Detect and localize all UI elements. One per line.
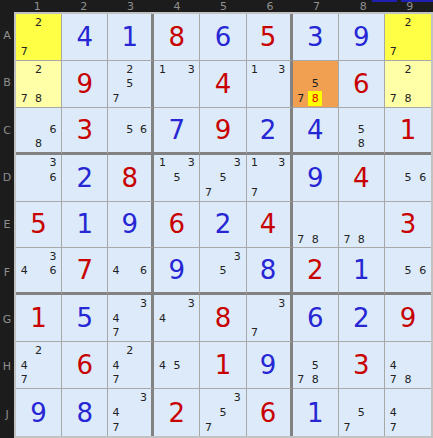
- candidate-empty: [322, 203, 336, 218]
- candidate-7[interactable]: 7: [340, 420, 354, 435]
- candidate-2[interactable]: 2: [31, 343, 45, 358]
- candidate-empty: [261, 170, 275, 185]
- candidate-grid: 347: [109, 390, 150, 435]
- candidate-empty: [216, 277, 230, 291]
- candidate-empty: [261, 185, 275, 200]
- candidate-7[interactable]: 7: [109, 372, 123, 387]
- candidate-empty: [109, 123, 123, 137]
- candidate-3[interactable]: 3: [184, 156, 198, 171]
- candidate-empty: [109, 343, 123, 358]
- candidate-empty: [17, 15, 31, 30]
- cell-A7[interactable]: 3: [293, 14, 339, 61]
- cell-F7[interactable]: 2: [293, 248, 339, 295]
- candidate-empty: [31, 156, 45, 171]
- candidate-7[interactable]: 7: [386, 372, 401, 387]
- candidate-empty: [170, 296, 184, 311]
- column-label-7: 7: [293, 0, 340, 12]
- candidate-empty: [216, 156, 230, 171]
- candidate-empty: [230, 420, 244, 435]
- cell-B2[interactable]: 9: [62, 61, 108, 108]
- cell-G8[interactable]: 2: [339, 295, 385, 342]
- candidate-8[interactable]: 8: [401, 372, 416, 387]
- candidate-empty: [401, 343, 416, 358]
- cell-J4[interactable]: 2: [154, 389, 200, 436]
- candidate-empty: [46, 77, 60, 92]
- cell-H6[interactable]: 9: [247, 342, 293, 389]
- candidate-empty: [137, 77, 151, 92]
- cell-F9[interactable]: 56: [385, 248, 431, 295]
- cell-J6[interactable]: 6: [247, 389, 293, 436]
- candidate-grid: 247: [109, 343, 150, 387]
- candidate-empty: [137, 358, 151, 373]
- cell-B6[interactable]: 13: [247, 61, 293, 108]
- cell-A3[interactable]: 1: [108, 14, 154, 61]
- cell-value: 1: [293, 389, 338, 436]
- candidate-empty: [401, 44, 416, 59]
- candidate-3[interactable]: 3: [230, 156, 244, 171]
- candidate-8[interactable]: 8: [308, 232, 322, 247]
- cell-G5[interactable]: 8: [200, 295, 246, 342]
- cell-F1[interactable]: 346: [16, 248, 62, 295]
- cell-value: 8: [108, 155, 151, 201]
- candidate-6[interactable]: 6: [46, 263, 60, 277]
- candidate-6[interactable]: 6: [415, 170, 430, 185]
- candidate-6[interactable]: 6: [415, 263, 430, 277]
- candidate-5[interactable]: 5: [216, 263, 230, 277]
- cell-G3[interactable]: 347: [108, 295, 154, 342]
- cell-F2[interactable]: 7: [62, 248, 108, 295]
- candidate-7[interactable]: 7: [248, 326, 262, 341]
- candidate-empty: [137, 277, 151, 291]
- candidate-empty: [201, 249, 215, 263]
- cell-C1[interactable]: 68: [16, 108, 62, 155]
- candidate-grid: 347: [109, 296, 150, 340]
- cell-E3[interactable]: 9: [108, 202, 154, 249]
- candidate-empty: [415, 156, 430, 171]
- candidate-empty: [294, 217, 308, 232]
- cell-B9[interactable]: 278: [385, 61, 431, 108]
- cell-value: 8: [62, 389, 107, 436]
- cell-G4[interactable]: 34: [154, 295, 200, 342]
- candidate-empty: [155, 185, 169, 200]
- cell-value: 3: [62, 108, 107, 152]
- candidate-empty: [31, 249, 45, 263]
- row-labels: ABCDEFGHJ: [0, 12, 14, 438]
- cell-D7[interactable]: 9: [293, 155, 339, 202]
- candidate-empty: [123, 109, 137, 123]
- candidate-empty: [137, 137, 151, 151]
- candidate-empty: [369, 390, 383, 405]
- candidate-3[interactable]: 3: [184, 62, 198, 77]
- cell-value: 2: [62, 155, 107, 201]
- candidate-empty: [386, 277, 401, 291]
- candidate-empty: [369, 109, 383, 123]
- cell-E7[interactable]: 78: [293, 202, 339, 249]
- candidate-empty: [401, 277, 416, 291]
- cell-value: 9: [62, 61, 107, 107]
- cell-value: 4: [339, 155, 384, 201]
- cell-J2[interactable]: 8: [62, 389, 108, 436]
- candidate-3[interactable]: 3: [46, 249, 60, 263]
- candidate-7[interactable]: 7: [17, 44, 31, 59]
- candidate-empty: [248, 91, 262, 106]
- candidate-empty: [123, 277, 137, 291]
- cell-A4[interactable]: 8: [154, 14, 200, 61]
- candidate-1[interactable]: 1: [155, 62, 169, 77]
- candidate-3[interactable]: 3: [184, 296, 198, 311]
- candidate-8[interactable]: 8: [308, 372, 322, 387]
- candidate-7[interactable]: 7: [340, 232, 354, 247]
- candidate-empty: [308, 343, 322, 358]
- candidate-empty: [340, 203, 354, 218]
- candidate-grid: 27: [386, 15, 430, 59]
- candidate-7[interactable]: 7: [109, 326, 123, 341]
- candidate-8[interactable]: 8: [354, 232, 368, 247]
- cell-A9[interactable]: 27: [385, 14, 431, 61]
- sudoku-app: 123456789 ABCDEFGHJ 27418653927278925713…: [0, 0, 433, 438]
- candidate-grid: 137: [248, 156, 289, 200]
- cell-value: 9: [247, 342, 290, 388]
- cell-B4[interactable]: 13: [154, 61, 200, 108]
- row-label-F: F: [0, 249, 14, 296]
- candidate-7[interactable]: 7: [294, 91, 308, 106]
- candidate-empty: [170, 343, 184, 358]
- cell-F3[interactable]: 46: [108, 248, 154, 295]
- candidate-empty: [17, 277, 31, 291]
- cell-E2[interactable]: 1: [62, 202, 108, 249]
- candidate-empty: [340, 390, 354, 405]
- candidate-5[interactable]: 5: [308, 358, 322, 373]
- cell-H9[interactable]: 478: [385, 342, 431, 389]
- candidate-empty: [415, 77, 430, 92]
- candidate-empty: [308, 217, 322, 232]
- candidate-empty: [275, 185, 289, 200]
- cell-value: 3: [385, 202, 431, 248]
- candidate-empty: [155, 77, 169, 92]
- cell-G9[interactable]: 9: [385, 295, 431, 342]
- candidate-5[interactable]: 5: [216, 170, 230, 185]
- cell-J9[interactable]: 47: [385, 389, 431, 436]
- candidate-empty: [216, 249, 230, 263]
- candidate-empty: [322, 343, 336, 358]
- row-label-E: E: [0, 201, 14, 248]
- cell-value: 6: [154, 202, 199, 248]
- cell-B3[interactable]: 257: [108, 61, 154, 108]
- candidate-empty: [415, 420, 430, 435]
- candidate-empty: [415, 358, 430, 373]
- cell-value: 1: [339, 248, 384, 292]
- candidate-5[interactable]: 5: [123, 77, 137, 92]
- candidate-empty: [170, 62, 184, 77]
- candidate-empty: [401, 77, 416, 92]
- candidate-8[interactable]: 8: [308, 91, 322, 106]
- cell-B7[interactable]: 578: [293, 61, 339, 108]
- cell-A2[interactable]: 4: [62, 14, 108, 61]
- cell-A8[interactable]: 9: [339, 14, 385, 61]
- candidate-empty: [340, 405, 354, 420]
- cell-F8[interactable]: 1: [339, 248, 385, 295]
- cell-D1[interactable]: 36: [16, 155, 62, 202]
- cell-C2[interactable]: 3: [62, 108, 108, 155]
- cell-E9[interactable]: 3: [385, 202, 431, 249]
- candidate-5[interactable]: 5: [401, 170, 416, 185]
- candidate-5[interactable]: 5: [216, 405, 230, 420]
- candidate-4[interactable]: 4: [155, 358, 169, 373]
- candidate-7[interactable]: 7: [294, 232, 308, 247]
- cell-H8[interactable]: 3: [339, 342, 385, 389]
- candidate-empty: [123, 296, 137, 311]
- candidate-empty: [46, 44, 60, 59]
- candidate-3[interactable]: 3: [137, 296, 151, 311]
- candidate-empty: [31, 77, 45, 92]
- candidate-2[interactable]: 2: [31, 62, 45, 77]
- candidate-3[interactable]: 3: [230, 390, 244, 405]
- candidate-empty: [46, 109, 60, 123]
- candidate-empty: [184, 358, 198, 373]
- candidate-4[interactable]: 4: [17, 263, 31, 277]
- candidate-5[interactable]: 5: [354, 405, 368, 420]
- candidate-empty: [109, 390, 123, 405]
- candidate-empty: [17, 30, 31, 45]
- candidate-1[interactable]: 1: [248, 62, 262, 77]
- candidate-8[interactable]: 8: [31, 137, 45, 151]
- candidate-grid: 578: [294, 62, 337, 106]
- candidate-2[interactable]: 2: [123, 343, 137, 358]
- candidate-empty: [230, 170, 244, 185]
- candidate-empty: [109, 249, 123, 263]
- cell-H1[interactable]: 247: [16, 342, 62, 389]
- candidate-7[interactable]: 7: [109, 91, 123, 106]
- cell-J5[interactable]: 357: [200, 389, 246, 436]
- candidate-empty: [386, 263, 401, 277]
- candidate-4[interactable]: 4: [109, 405, 123, 420]
- cell-value: 6: [293, 295, 338, 341]
- cell-B1[interactable]: 278: [16, 61, 62, 108]
- cell-C4[interactable]: 7: [154, 108, 200, 155]
- cell-H2[interactable]: 6: [62, 342, 108, 389]
- cell-H3[interactable]: 247: [108, 342, 154, 389]
- cell-E8[interactable]: 78: [339, 202, 385, 249]
- candidate-empty: [415, 343, 430, 358]
- candidate-4[interactable]: 4: [17, 358, 31, 373]
- cell-value: 8: [200, 295, 245, 341]
- candidate-empty: [415, 62, 430, 77]
- cell-J8[interactable]: 57: [339, 389, 385, 436]
- candidate-1[interactable]: 1: [248, 156, 262, 171]
- candidate-grid: 346: [17, 249, 60, 291]
- cell-F5[interactable]: 35: [200, 248, 246, 295]
- cell-C8[interactable]: 58: [339, 108, 385, 155]
- candidate-empty: [401, 30, 416, 45]
- cell-D4[interactable]: 135: [154, 155, 200, 202]
- cell-C9[interactable]: 1: [385, 108, 431, 155]
- candidate-empty: [31, 30, 45, 45]
- candidate-empty: [386, 185, 401, 200]
- candidate-2[interactable]: 2: [401, 62, 416, 77]
- cell-H7[interactable]: 578: [293, 342, 339, 389]
- candidate-2[interactable]: 2: [401, 15, 416, 30]
- cell-F4[interactable]: 9: [154, 248, 200, 295]
- candidate-empty: [137, 326, 151, 341]
- cell-A5[interactable]: 6: [200, 14, 246, 61]
- cell-C3[interactable]: 56: [108, 108, 154, 155]
- candidate-empty: [369, 123, 383, 137]
- candidate-empty: [123, 372, 137, 387]
- candidate-grid: 36: [17, 156, 60, 200]
- cell-value: 2: [247, 108, 290, 152]
- candidate-empty: [275, 77, 289, 92]
- candidate-5[interactable]: 5: [308, 77, 322, 92]
- candidate-7[interactable]: 7: [386, 91, 401, 106]
- candidate-empty: [216, 420, 230, 435]
- cell-D2[interactable]: 2: [62, 155, 108, 202]
- cell-D6[interactable]: 137: [247, 155, 293, 202]
- cell-E4[interactable]: 6: [154, 202, 200, 249]
- candidate-empty: [31, 44, 45, 59]
- cell-value: 4: [200, 61, 245, 107]
- cell-C7[interactable]: 4: [293, 108, 339, 155]
- candidate-empty: [308, 203, 322, 218]
- candidate-8[interactable]: 8: [401, 91, 416, 106]
- cell-G1[interactable]: 1: [16, 295, 62, 342]
- cell-A1[interactable]: 27: [16, 14, 62, 61]
- cell-H4[interactable]: 45: [154, 342, 200, 389]
- cell-value: 8: [154, 14, 199, 60]
- candidate-7[interactable]: 7: [201, 420, 215, 435]
- candidate-empty: [294, 343, 308, 358]
- candidate-empty: [386, 390, 401, 405]
- candidate-5[interactable]: 5: [354, 123, 368, 137]
- candidate-3[interactable]: 3: [275, 296, 289, 311]
- candidate-8[interactable]: 8: [31, 91, 45, 106]
- candidate-empty: [137, 62, 151, 77]
- candidate-5[interactable]: 5: [123, 123, 137, 137]
- cell-C5[interactable]: 9: [200, 108, 246, 155]
- candidate-empty: [155, 372, 169, 387]
- candidate-empty: [109, 109, 123, 123]
- candidate-empty: [155, 91, 169, 106]
- column-label-8: 8: [340, 0, 387, 12]
- candidate-6[interactable]: 6: [137, 263, 151, 277]
- candidate-4[interactable]: 4: [386, 405, 401, 420]
- candidate-empty: [369, 137, 383, 151]
- candidate-empty: [46, 277, 60, 291]
- candidate-empty: [248, 77, 262, 92]
- candidate-7[interactable]: 7: [17, 372, 31, 387]
- candidate-grid: 46: [109, 249, 150, 291]
- candidate-4[interactable]: 4: [386, 358, 401, 373]
- candidate-empty: [137, 420, 151, 435]
- candidate-6[interactable]: 6: [46, 170, 60, 185]
- candidate-empty: [201, 405, 215, 420]
- candidate-3[interactable]: 3: [137, 390, 151, 405]
- candidate-empty: [248, 170, 262, 185]
- candidate-empty: [17, 156, 31, 171]
- candidate-empty: [137, 91, 151, 106]
- candidate-7[interactable]: 7: [248, 185, 262, 200]
- candidate-empty: [261, 311, 275, 326]
- candidate-1[interactable]: 1: [155, 156, 169, 171]
- candidate-3[interactable]: 3: [46, 156, 60, 171]
- candidate-empty: [184, 372, 198, 387]
- cell-F6[interactable]: 8: [247, 248, 293, 295]
- cell-D8[interactable]: 4: [339, 155, 385, 202]
- candidate-2[interactable]: 2: [31, 15, 45, 30]
- candidate-7[interactable]: 7: [294, 372, 308, 387]
- cell-C6[interactable]: 2: [247, 108, 293, 155]
- candidate-5[interactable]: 5: [170, 170, 184, 185]
- candidate-empty: [275, 326, 289, 341]
- cell-B5[interactable]: 4: [200, 61, 246, 108]
- candidate-empty: [230, 263, 244, 277]
- cell-E1[interactable]: 5: [16, 202, 62, 249]
- cell-D9[interactable]: 56: [385, 155, 431, 202]
- candidate-3[interactable]: 3: [275, 62, 289, 77]
- cell-G6[interactable]: 37: [247, 295, 293, 342]
- candidate-4[interactable]: 4: [109, 311, 123, 326]
- candidate-7[interactable]: 7: [386, 44, 401, 59]
- cell-E6[interactable]: 4: [247, 202, 293, 249]
- candidate-empty: [17, 249, 31, 263]
- cell-E5[interactable]: 2: [200, 202, 246, 249]
- candidate-empty: [354, 390, 368, 405]
- candidate-7[interactable]: 7: [386, 420, 401, 435]
- candidate-4[interactable]: 4: [155, 311, 169, 326]
- candidate-6[interactable]: 6: [137, 123, 151, 137]
- candidate-empty: [369, 217, 383, 232]
- cell-G2[interactable]: 5: [62, 295, 108, 342]
- candidate-7[interactable]: 7: [17, 91, 31, 106]
- candidate-2[interactable]: 2: [123, 62, 137, 77]
- candidate-empty: [17, 343, 31, 358]
- candidate-grid: 56: [109, 109, 150, 151]
- candidate-empty: [123, 358, 137, 373]
- candidate-empty: [415, 249, 430, 263]
- cell-J7[interactable]: 1: [293, 389, 339, 436]
- candidate-grid: 58: [340, 109, 383, 151]
- candidate-8[interactable]: 8: [354, 137, 368, 151]
- candidate-3[interactable]: 3: [230, 249, 244, 263]
- candidate-empty: [170, 77, 184, 92]
- cell-G7[interactable]: 6: [293, 295, 339, 342]
- candidate-empty: [17, 185, 31, 200]
- candidate-grid: 257: [109, 62, 150, 106]
- cell-J3[interactable]: 347: [108, 389, 154, 436]
- cell-D3[interactable]: 8: [108, 155, 154, 202]
- column-label-2: 2: [61, 0, 108, 12]
- cell-B8[interactable]: 6: [339, 61, 385, 108]
- candidate-4[interactable]: 4: [109, 358, 123, 373]
- cell-H5[interactable]: 1: [200, 342, 246, 389]
- cell-D5[interactable]: 357: [200, 155, 246, 202]
- candidate-empty: [261, 62, 275, 77]
- candidate-empty: [137, 343, 151, 358]
- cell-value: 6: [62, 342, 107, 388]
- candidate-7[interactable]: 7: [109, 420, 123, 435]
- candidate-5[interactable]: 5: [170, 358, 184, 373]
- candidate-6[interactable]: 6: [46, 123, 60, 137]
- cell-A6[interactable]: 5: [247, 14, 293, 61]
- candidate-empty: [17, 77, 31, 92]
- candidate-empty: [386, 156, 401, 171]
- cell-value: 5: [62, 295, 107, 341]
- candidate-7[interactable]: 7: [201, 185, 215, 200]
- cell-J1[interactable]: 9: [16, 389, 62, 436]
- candidate-5[interactable]: 5: [401, 263, 416, 277]
- candidate-4[interactable]: 4: [109, 263, 123, 277]
- candidate-3[interactable]: 3: [275, 156, 289, 171]
- cell-value: 9: [200, 108, 245, 152]
